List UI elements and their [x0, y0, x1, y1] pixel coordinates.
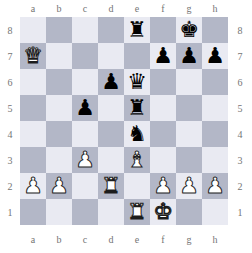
- square-f2[interactable]: ♟: [150, 173, 176, 199]
- square-c1[interactable]: [72, 199, 98, 225]
- square-b1[interactable]: [46, 199, 72, 225]
- rank-label-3: 3: [0, 147, 20, 173]
- square-g1[interactable]: [176, 199, 202, 225]
- black-rook-e8: ♜: [124, 17, 150, 43]
- rank-label-8: 8: [228, 17, 252, 43]
- square-f4[interactable]: [150, 121, 176, 147]
- file-label-h: h: [202, 0, 228, 17]
- square-c7[interactable]: [72, 43, 98, 69]
- square-b6[interactable]: [46, 69, 72, 95]
- rank-labels-right: 87654321: [228, 17, 252, 225]
- black-queen-e6: ♛: [124, 69, 150, 95]
- square-f7[interactable]: ♟: [150, 43, 176, 69]
- white-pawn-f2: ♟: [150, 173, 176, 199]
- square-c5[interactable]: ♟: [72, 95, 98, 121]
- square-f6[interactable]: [150, 69, 176, 95]
- black-pawn-c5: ♟: [72, 95, 98, 121]
- black-king-g8: ♚: [176, 17, 202, 43]
- square-e6[interactable]: ♛: [124, 69, 150, 95]
- square-f5[interactable]: [150, 95, 176, 121]
- chess-board: ♜♚♛♟♟♟♟♛♟♜♞♟♝♟♟♜♟♟♟♜♚: [20, 17, 228, 225]
- square-h3[interactable]: [202, 147, 228, 173]
- white-queen-a7: ♛: [20, 43, 46, 69]
- white-king-f1: ♚: [150, 199, 176, 225]
- square-e4[interactable]: ♞: [124, 121, 150, 147]
- square-b7[interactable]: [46, 43, 72, 69]
- square-f1[interactable]: ♚: [150, 199, 176, 225]
- square-e3[interactable]: ♝: [124, 147, 150, 173]
- square-d5[interactable]: [98, 95, 124, 121]
- square-a2[interactable]: ♟: [20, 173, 46, 199]
- square-d1[interactable]: [98, 199, 124, 225]
- square-d6[interactable]: ♟: [98, 69, 124, 95]
- file-label-b: b: [46, 225, 72, 253]
- file-label-g: g: [176, 225, 202, 253]
- square-f8[interactable]: [150, 17, 176, 43]
- square-h5[interactable]: [202, 95, 228, 121]
- rank-label-7: 7: [228, 43, 252, 69]
- rank-label-5: 5: [0, 95, 20, 121]
- square-a5[interactable]: [20, 95, 46, 121]
- square-g2[interactable]: ♟: [176, 173, 202, 199]
- file-label-e: e: [124, 225, 150, 253]
- file-label-d: d: [98, 225, 124, 253]
- square-g6[interactable]: [176, 69, 202, 95]
- square-h8[interactable]: [202, 17, 228, 43]
- square-g5[interactable]: [176, 95, 202, 121]
- black-pawn-d6: ♟: [98, 69, 124, 95]
- square-b3[interactable]: [46, 147, 72, 173]
- square-c6[interactable]: [72, 69, 98, 95]
- rank-label-7: 7: [0, 43, 20, 69]
- file-label-f: f: [150, 0, 176, 17]
- square-d3[interactable]: [98, 147, 124, 173]
- square-g7[interactable]: ♟: [176, 43, 202, 69]
- black-rook-e5: ♜: [124, 95, 150, 121]
- square-h2[interactable]: ♟: [202, 173, 228, 199]
- square-e2[interactable]: [124, 173, 150, 199]
- file-label-h: h: [202, 225, 228, 253]
- square-h1[interactable]: [202, 199, 228, 225]
- file-label-a: a: [20, 0, 46, 17]
- square-d7[interactable]: [98, 43, 124, 69]
- file-label-f: f: [150, 225, 176, 253]
- file-label-a: a: [20, 225, 46, 253]
- white-pawn-a2: ♟: [20, 173, 46, 199]
- square-h4[interactable]: [202, 121, 228, 147]
- square-h6[interactable]: [202, 69, 228, 95]
- file-label-c: c: [72, 225, 98, 253]
- square-b5[interactable]: [46, 95, 72, 121]
- rank-label-4: 4: [0, 121, 20, 147]
- black-knight-e4: ♞: [124, 121, 150, 147]
- square-e8[interactable]: ♜: [124, 17, 150, 43]
- square-c3[interactable]: ♟: [72, 147, 98, 173]
- chess-board-page: abcdefgh 87654321 ♜♚♛♟♟♟♟♛♟♜♞♟♝♟♟♜♟♟♟♜♚ …: [0, 0, 252, 253]
- square-g3[interactable]: [176, 147, 202, 173]
- white-bishop-e3: ♝: [124, 147, 150, 173]
- square-a1[interactable]: [20, 199, 46, 225]
- square-e1[interactable]: ♜: [124, 199, 150, 225]
- black-pawn-f7: ♟: [150, 43, 176, 69]
- square-f3[interactable]: [150, 147, 176, 173]
- white-pawn-h2: ♟: [202, 173, 228, 199]
- square-h7[interactable]: ♟: [202, 43, 228, 69]
- rank-label-4: 4: [228, 121, 252, 147]
- file-labels-top: abcdefgh: [20, 0, 228, 17]
- rank-label-6: 6: [0, 69, 20, 95]
- rank-label-6: 6: [228, 69, 252, 95]
- square-c8[interactable]: [72, 17, 98, 43]
- rank-label-2: 2: [228, 173, 252, 199]
- rank-label-1: 1: [0, 199, 20, 225]
- square-a4[interactable]: [20, 121, 46, 147]
- rank-labels-left: 87654321: [0, 17, 20, 225]
- square-d8[interactable]: [98, 17, 124, 43]
- file-label-d: d: [98, 0, 124, 17]
- white-pawn-g2: ♟: [176, 173, 202, 199]
- square-a6[interactable]: [20, 69, 46, 95]
- square-b2[interactable]: ♟: [46, 173, 72, 199]
- square-a3[interactable]: [20, 147, 46, 173]
- square-e5[interactable]: ♜: [124, 95, 150, 121]
- square-b8[interactable]: [46, 17, 72, 43]
- white-rook-e1: ♜: [124, 199, 150, 225]
- black-pawn-g7: ♟: [176, 43, 202, 69]
- file-labels-bottom: abcdefgh: [20, 225, 228, 253]
- rank-label-3: 3: [228, 147, 252, 173]
- square-a8[interactable]: [20, 17, 46, 43]
- rank-label-1: 1: [228, 199, 252, 225]
- file-label-g: g: [176, 0, 202, 17]
- file-label-e: e: [124, 0, 150, 17]
- square-c4[interactable]: [72, 121, 98, 147]
- square-d4[interactable]: [98, 121, 124, 147]
- rank-label-8: 8: [0, 17, 20, 43]
- square-e7[interactable]: [124, 43, 150, 69]
- square-g8[interactable]: ♚: [176, 17, 202, 43]
- square-g4[interactable]: [176, 121, 202, 147]
- white-rook-d2: ♜: [98, 173, 124, 199]
- black-pawn-h7: ♟: [202, 43, 228, 69]
- rank-label-5: 5: [228, 95, 252, 121]
- rank-label-2: 2: [0, 173, 20, 199]
- file-label-b: b: [46, 0, 72, 17]
- square-a7[interactable]: ♛: [20, 43, 46, 69]
- white-pawn-c3: ♟: [72, 147, 98, 173]
- square-d2[interactable]: ♜: [98, 173, 124, 199]
- square-c2[interactable]: [72, 173, 98, 199]
- white-pawn-b2: ♟: [46, 173, 72, 199]
- square-b4[interactable]: [46, 121, 72, 147]
- file-label-c: c: [72, 0, 98, 17]
